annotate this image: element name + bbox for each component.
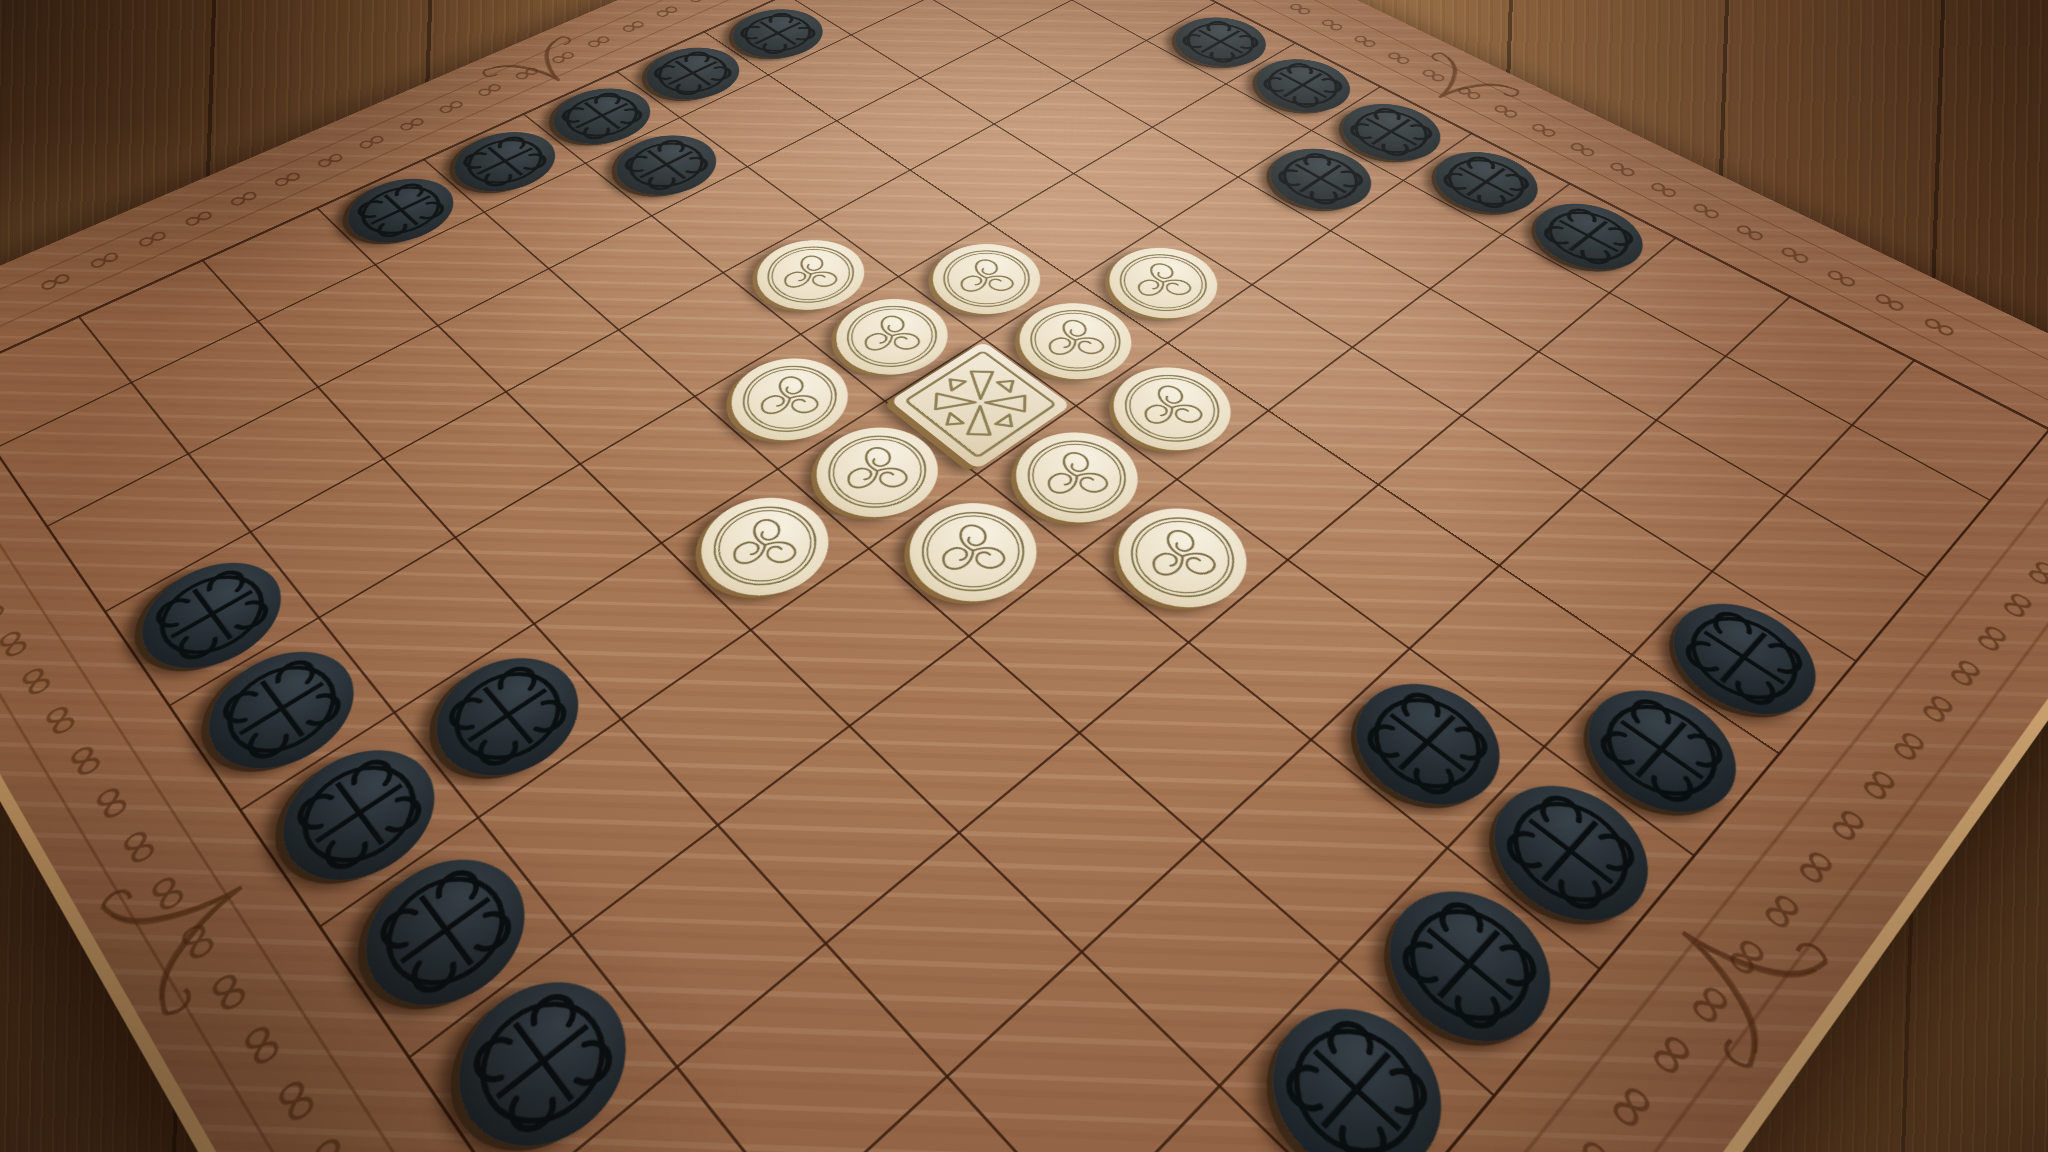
photo-stage: ∞∞∞∞∞∞∞∞∞∞∞∞∞∞∞∞∞∞∞∞∞∞∞∞ ∞∞∞∞∞∞∞∞∞∞∞∞∞∞∞…	[0, 0, 2048, 1152]
